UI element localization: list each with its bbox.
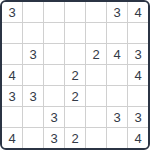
cell-r3c4[interactable]: [65, 44, 85, 64]
cell-r7c1[interactable]: 4: [2, 128, 22, 148]
cell-r2c7[interactable]: [128, 23, 148, 43]
cell-r5c2[interactable]: 3: [23, 86, 43, 106]
cell-r5c1[interactable]: 3: [2, 86, 22, 106]
cell-r4c6[interactable]: [107, 65, 127, 85]
cell-r2c4[interactable]: [65, 23, 85, 43]
cell-r5c3[interactable]: [44, 86, 64, 106]
cell-r2c6[interactable]: [107, 23, 127, 43]
cell-r4c1[interactable]: 4: [2, 65, 22, 85]
cell-r3c3[interactable]: [44, 44, 64, 64]
cell-r2c3[interactable]: [44, 23, 64, 43]
cell-r1c5[interactable]: [86, 2, 106, 22]
cell-r3c5[interactable]: 2: [86, 44, 106, 64]
cell-r1c1[interactable]: 3: [2, 2, 22, 22]
cell-r7c6[interactable]: [107, 128, 127, 148]
cell-r1c6[interactable]: 3: [107, 2, 127, 22]
cell-r6c2[interactable]: [23, 107, 43, 127]
cell-r4c5[interactable]: [86, 65, 106, 85]
cell-r1c4[interactable]: [65, 2, 85, 22]
cell-r5c6[interactable]: [107, 86, 127, 106]
cell-r1c3[interactable]: [44, 2, 64, 22]
cell-r3c1[interactable]: [2, 44, 22, 64]
cell-r2c1[interactable]: [2, 23, 22, 43]
cell-r6c7[interactable]: 3: [128, 107, 148, 127]
puzzle-board: 33432434243323334324: [0, 0, 150, 150]
cell-r7c7[interactable]: 4: [128, 128, 148, 148]
cell-r4c4[interactable]: 2: [65, 65, 85, 85]
cell-r4c2[interactable]: [23, 65, 43, 85]
cell-r6c3[interactable]: 3: [44, 107, 64, 127]
cell-r4c3[interactable]: [44, 65, 64, 85]
cell-r1c2[interactable]: [23, 2, 43, 22]
cell-r5c5[interactable]: [86, 86, 106, 106]
cell-r7c4[interactable]: 2: [65, 128, 85, 148]
cell-r5c7[interactable]: [128, 86, 148, 106]
cell-r7c3[interactable]: 3: [44, 128, 64, 148]
cell-r3c6[interactable]: 4: [107, 44, 127, 64]
cell-r2c5[interactable]: [86, 23, 106, 43]
cell-r4c7[interactable]: 4: [128, 65, 148, 85]
cell-r3c7[interactable]: 3: [128, 44, 148, 64]
cell-r6c5[interactable]: [86, 107, 106, 127]
cell-r6c1[interactable]: [2, 107, 22, 127]
cell-r7c5[interactable]: [86, 128, 106, 148]
cell-r3c2[interactable]: 3: [23, 44, 43, 64]
cell-r1c7[interactable]: 4: [128, 2, 148, 22]
cell-r6c6[interactable]: 3: [107, 107, 127, 127]
cell-r6c4[interactable]: [65, 107, 85, 127]
cell-r7c2[interactable]: [23, 128, 43, 148]
cell-r5c4[interactable]: 2: [65, 86, 85, 106]
cell-r2c2[interactable]: [23, 23, 43, 43]
